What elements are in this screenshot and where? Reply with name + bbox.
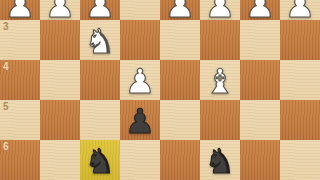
square-d4[interactable] bbox=[160, 60, 200, 100]
square-c5[interactable] bbox=[200, 100, 240, 140]
square-d5[interactable] bbox=[160, 100, 200, 140]
square-a2[interactable]: ♟ bbox=[280, 0, 320, 20]
square-d2[interactable]: ♟ bbox=[160, 0, 200, 20]
square-c4[interactable]: ♝ bbox=[200, 60, 240, 100]
square-e5[interactable]: ♟ bbox=[120, 100, 160, 140]
square-e3[interactable] bbox=[120, 20, 160, 60]
square-e2[interactable] bbox=[120, 0, 160, 20]
square-h3[interactable]: 3 bbox=[0, 20, 40, 60]
square-f5[interactable] bbox=[80, 100, 120, 140]
square-f3[interactable]: ♞ bbox=[80, 20, 120, 60]
rank-label-6: 6 bbox=[3, 141, 9, 152]
square-f6[interactable]: ♞ bbox=[80, 140, 120, 180]
square-g4[interactable] bbox=[40, 60, 80, 100]
square-h4[interactable]: 4 bbox=[0, 60, 40, 100]
rank-label-3: 3 bbox=[3, 21, 9, 32]
piece-white-knight-f3[interactable]: ♞ bbox=[80, 20, 120, 60]
square-a4[interactable] bbox=[280, 60, 320, 100]
square-b6[interactable] bbox=[240, 140, 280, 180]
piece-white-pawn-e4[interactable]: ♟ bbox=[120, 60, 160, 100]
square-g6[interactable] bbox=[40, 140, 80, 180]
rank-label-5: 5 bbox=[3, 101, 9, 112]
piece-black-knight-c6[interactable]: ♞ bbox=[200, 140, 240, 180]
square-g3[interactable] bbox=[40, 20, 80, 60]
square-e4[interactable]: ♟ bbox=[120, 60, 160, 100]
square-b2[interactable]: ♟ bbox=[240, 0, 280, 20]
rank-label-4: 4 bbox=[3, 61, 9, 72]
board-crop-viewport: ♟♟♟♟♟♟♟3♞4♟♝5♟6♞♞ bbox=[0, 0, 320, 180]
square-e6[interactable] bbox=[120, 140, 160, 180]
piece-black-pawn-e5[interactable]: ♟ bbox=[120, 100, 160, 140]
square-a3[interactable] bbox=[280, 20, 320, 60]
square-b4[interactable] bbox=[240, 60, 280, 100]
square-g2[interactable]: ♟ bbox=[40, 0, 80, 20]
square-h2[interactable]: ♟ bbox=[0, 0, 40, 20]
square-a5[interactable] bbox=[280, 100, 320, 140]
square-f4[interactable] bbox=[80, 60, 120, 100]
square-d6[interactable] bbox=[160, 140, 200, 180]
square-c3[interactable] bbox=[200, 20, 240, 60]
square-b5[interactable] bbox=[240, 100, 280, 140]
square-h6[interactable]: 6 bbox=[0, 140, 40, 180]
square-g5[interactable] bbox=[40, 100, 80, 140]
square-b3[interactable] bbox=[240, 20, 280, 60]
piece-black-knight-f6[interactable]: ♞ bbox=[80, 140, 120, 180]
square-c6[interactable]: ♞ bbox=[200, 140, 240, 180]
square-d3[interactable] bbox=[160, 20, 200, 60]
square-c2[interactable]: ♟ bbox=[200, 0, 240, 20]
square-a6[interactable] bbox=[280, 140, 320, 180]
square-f2[interactable]: ♟ bbox=[80, 0, 120, 20]
piece-white-bishop-c4[interactable]: ♝ bbox=[200, 60, 240, 100]
square-h5[interactable]: 5 bbox=[0, 100, 40, 140]
chess-board: ♟♟♟♟♟♟♟3♞4♟♝5♟6♞♞ bbox=[0, 0, 320, 180]
